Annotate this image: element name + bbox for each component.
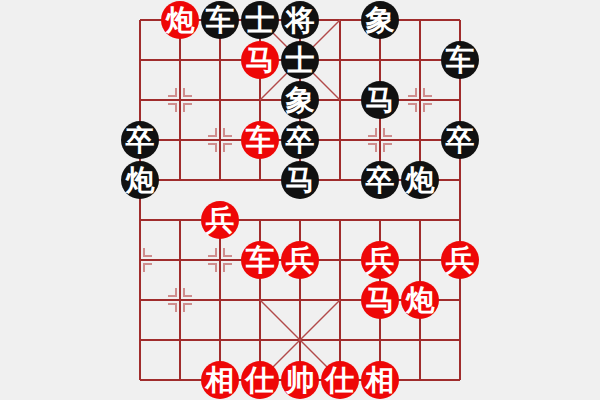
board-intersection[interactable] [280,200,320,240]
piece-red-horse[interactable]: 马 [361,281,399,319]
board-intersection[interactable] [160,40,200,80]
board-intersection[interactable] [120,320,160,360]
xiangqi-board-screenshot: 炮车士将象马士车象马卒车卒卒炮马卒炮兵车兵兵兵马炮相仕帅仕相 [0,0,600,400]
board-intersection[interactable] [440,320,480,360]
board-intersection[interactable] [360,320,400,360]
board-intersection[interactable] [320,240,360,280]
piece-black-soldier[interactable]: 卒 [281,121,319,159]
board-intersection[interactable] [440,0,480,40]
board-intersection[interactable] [120,40,160,80]
board-intersection[interactable] [160,80,200,120]
piece-red-horse[interactable]: 马 [241,41,279,79]
board-intersection[interactable] [160,280,200,320]
board-intersection[interactable] [440,360,480,400]
piece-black-general[interactable]: 将 [281,1,319,39]
board-intersection[interactable] [240,200,280,240]
xiangqi-board: 炮车士将象马士车象马卒车卒卒炮马卒炮兵车兵兵兵马炮相仕帅仕相 [120,0,480,400]
board-intersection[interactable] [120,0,160,40]
piece-red-chariot[interactable]: 车 [241,121,279,159]
board-intersection[interactable] [200,280,240,320]
piece-red-soldier[interactable]: 兵 [361,241,399,279]
board-intersection[interactable] [360,200,400,240]
piece-red-soldier[interactable]: 兵 [441,241,479,279]
piece-black-soldier[interactable]: 卒 [121,121,159,159]
board-intersection[interactable] [160,160,200,200]
piece-red-elephant[interactable]: 相 [201,361,239,399]
board-intersection[interactable] [440,160,480,200]
board-intersection[interactable] [280,320,320,360]
board-intersection[interactable] [440,200,480,240]
piece-black-elephant[interactable]: 象 [281,81,319,119]
board-intersection[interactable] [200,240,240,280]
piece-red-cannon[interactable]: 炮 [161,1,199,39]
board-intersection[interactable] [280,280,320,320]
board-intersection[interactable] [320,40,360,80]
board-intersection[interactable] [240,160,280,200]
board-intersection[interactable] [240,80,280,120]
piece-red-chariot[interactable]: 车 [241,241,279,279]
piece-red-advisor[interactable]: 仕 [241,361,279,399]
piece-black-horse[interactable]: 马 [361,81,399,119]
piece-black-cannon[interactable]: 炮 [121,161,159,199]
board-intersection[interactable] [320,80,360,120]
board-intersection[interactable] [320,0,360,40]
piece-black-advisor[interactable]: 士 [281,41,319,79]
board-intersection[interactable] [160,360,200,400]
board-intersection[interactable] [320,280,360,320]
board-intersection[interactable] [160,240,200,280]
board-intersection[interactable] [400,80,440,120]
board-intersection[interactable] [400,360,440,400]
board-intersection[interactable] [320,120,360,160]
board-intersection[interactable] [240,320,280,360]
board-intersection[interactable] [400,320,440,360]
board-intersection[interactable] [240,280,280,320]
piece-red-soldier[interactable]: 兵 [201,201,239,239]
board-intersection[interactable] [320,200,360,240]
board-intersection[interactable] [400,0,440,40]
piece-black-elephant[interactable]: 象 [361,1,399,39]
piece-red-elephant[interactable]: 相 [361,361,399,399]
board-intersection[interactable] [320,160,360,200]
board-intersection[interactable] [120,240,160,280]
board-intersection[interactable] [400,40,440,80]
piece-black-chariot[interactable]: 车 [201,1,239,39]
board-intersection[interactable] [400,120,440,160]
piece-red-soldier[interactable]: 兵 [281,241,319,279]
piece-red-general[interactable]: 帅 [281,361,319,399]
board-intersection[interactable] [400,200,440,240]
board-intersection[interactable] [400,240,440,280]
piece-black-cannon[interactable]: 炮 [401,161,439,199]
board-intersection[interactable] [120,280,160,320]
board-intersection[interactable] [200,120,240,160]
piece-black-soldier[interactable]: 卒 [361,161,399,199]
board-intersection[interactable] [440,80,480,120]
piece-black-advisor[interactable]: 士 [241,1,279,39]
board-intersection[interactable] [120,200,160,240]
piece-black-chariot[interactable]: 车 [441,41,479,79]
board-intersection[interactable] [200,320,240,360]
board-intersection[interactable] [320,320,360,360]
board-intersection[interactable] [160,320,200,360]
board-intersection[interactable] [200,40,240,80]
board-intersection[interactable] [120,360,160,400]
board-intersection[interactable] [160,200,200,240]
piece-black-soldier[interactable]: 卒 [441,121,479,159]
board-intersection[interactable] [440,280,480,320]
board-intersection[interactable] [360,40,400,80]
piece-red-cannon[interactable]: 炮 [401,281,439,319]
piece-red-advisor[interactable]: 仕 [321,361,359,399]
board-intersection[interactable] [120,80,160,120]
board-intersection[interactable] [160,120,200,160]
board-intersection[interactable] [200,160,240,200]
board-intersection[interactable] [200,80,240,120]
board-intersection[interactable] [360,120,400,160]
piece-black-horse[interactable]: 马 [281,161,319,199]
